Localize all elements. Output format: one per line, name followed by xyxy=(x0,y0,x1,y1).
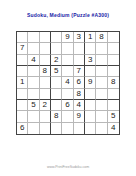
cell-r5c1[interactable]: 1 xyxy=(17,77,28,88)
cell-r2c5[interactable] xyxy=(62,43,73,54)
cell-r7c5[interactable]: 6 xyxy=(62,100,73,111)
cell-r5c2[interactable] xyxy=(28,77,39,88)
cell-r9c1[interactable]: 6 xyxy=(17,123,28,134)
cell-r2c7[interactable] xyxy=(85,43,96,54)
cell-r7c2[interactable]: 5 xyxy=(28,100,39,111)
cell-r6c3[interactable] xyxy=(40,89,51,100)
cell-r1c9[interactable] xyxy=(108,32,119,43)
cell-r2c9[interactable] xyxy=(108,43,119,54)
cell-r7c8[interactable] xyxy=(96,100,107,111)
cell-r3c4[interactable]: 2 xyxy=(51,55,62,66)
cell-r3c2[interactable]: 4 xyxy=(28,55,39,66)
cell-r4c8[interactable] xyxy=(96,66,107,77)
cell-r6c2[interactable] xyxy=(28,89,39,100)
cell-r7c1[interactable] xyxy=(17,100,28,111)
sudoku-board: 93187423857146988526489564 xyxy=(16,31,120,135)
cell-r8c1[interactable] xyxy=(17,111,28,122)
cell-r2c1[interactable]: 7 xyxy=(17,43,28,54)
cell-r1c1[interactable] xyxy=(17,32,28,43)
cell-r5c9[interactable]: 8 xyxy=(108,77,119,88)
cell-r9c8[interactable] xyxy=(96,123,107,134)
cell-r3c8[interactable] xyxy=(96,55,107,66)
cell-r7c7[interactable] xyxy=(85,100,96,111)
cell-r4c9[interactable] xyxy=(108,66,119,77)
cell-r7c6[interactable]: 4 xyxy=(74,100,85,111)
cell-r9c2[interactable] xyxy=(28,123,39,134)
cell-r9c7[interactable] xyxy=(85,123,96,134)
cell-r1c4[interactable] xyxy=(51,32,62,43)
cell-r8c6[interactable]: 9 xyxy=(74,111,85,122)
cell-r9c4[interactable] xyxy=(51,123,62,134)
cell-r6c7[interactable] xyxy=(85,89,96,100)
cell-r8c5[interactable] xyxy=(62,111,73,122)
cell-r3c1[interactable] xyxy=(17,55,28,66)
cell-r7c3[interactable]: 2 xyxy=(40,100,51,111)
cell-r1c5[interactable]: 9 xyxy=(62,32,73,43)
cell-r8c8[interactable] xyxy=(96,111,107,122)
cell-r1c7[interactable]: 1 xyxy=(85,32,96,43)
cell-r6c8[interactable] xyxy=(96,89,107,100)
cell-r3c5[interactable] xyxy=(62,55,73,66)
cell-r4c5[interactable] xyxy=(62,66,73,77)
cell-r3c6[interactable] xyxy=(74,55,85,66)
cell-r8c9[interactable]: 5 xyxy=(108,111,119,122)
cell-r6c4[interactable] xyxy=(51,89,62,100)
cell-r4c4[interactable]: 5 xyxy=(51,66,62,77)
cell-r1c2[interactable] xyxy=(28,32,39,43)
cell-r7c9[interactable] xyxy=(108,100,119,111)
cell-r3c7[interactable]: 3 xyxy=(85,55,96,66)
cell-r6c9[interactable] xyxy=(108,89,119,100)
cell-r6c1[interactable] xyxy=(17,89,28,100)
cell-r5c8[interactable] xyxy=(96,77,107,88)
cell-r6c6[interactable]: 8 xyxy=(74,89,85,100)
footer-url: www.PrintFreeSudoku.com xyxy=(0,165,136,169)
cell-r5c4[interactable] xyxy=(51,77,62,88)
cell-r8c4[interactable]: 8 xyxy=(51,111,62,122)
cell-r4c3[interactable]: 8 xyxy=(40,66,51,77)
cell-r9c9[interactable]: 4 xyxy=(108,123,119,134)
cell-r4c2[interactable] xyxy=(28,66,39,77)
cell-r4c6[interactable]: 7 xyxy=(74,66,85,77)
cell-r8c3[interactable] xyxy=(40,111,51,122)
cell-r8c2[interactable] xyxy=(28,111,39,122)
cell-r1c8[interactable]: 8 xyxy=(96,32,107,43)
cell-r9c5[interactable] xyxy=(62,123,73,134)
cell-r2c8[interactable] xyxy=(96,43,107,54)
page-title: Sudoku, Medium (Puzzle #A300) xyxy=(0,12,136,18)
cell-r2c2[interactable] xyxy=(28,43,39,54)
cell-r6c5[interactable] xyxy=(62,89,73,100)
cell-r4c1[interactable] xyxy=(17,66,28,77)
sudoku-sheet: Sudoku, Medium (Puzzle #A300) 9318742385… xyxy=(0,0,136,176)
cell-r5c7[interactable]: 9 xyxy=(85,77,96,88)
cell-r1c6[interactable]: 3 xyxy=(74,32,85,43)
cell-r9c3[interactable] xyxy=(40,123,51,134)
cell-r2c3[interactable] xyxy=(40,43,51,54)
cell-r9c6[interactable] xyxy=(74,123,85,134)
cell-r5c6[interactable]: 6 xyxy=(74,77,85,88)
cell-r3c3[interactable] xyxy=(40,55,51,66)
cell-r8c7[interactable] xyxy=(85,111,96,122)
cell-r4c7[interactable] xyxy=(85,66,96,77)
cell-r7c4[interactable] xyxy=(51,100,62,111)
cell-r2c4[interactable] xyxy=(51,43,62,54)
cell-r2c6[interactable] xyxy=(74,43,85,54)
cell-r3c9[interactable] xyxy=(108,55,119,66)
cell-r5c5[interactable]: 4 xyxy=(62,77,73,88)
cell-r1c3[interactable] xyxy=(40,32,51,43)
cell-r5c3[interactable] xyxy=(40,77,51,88)
